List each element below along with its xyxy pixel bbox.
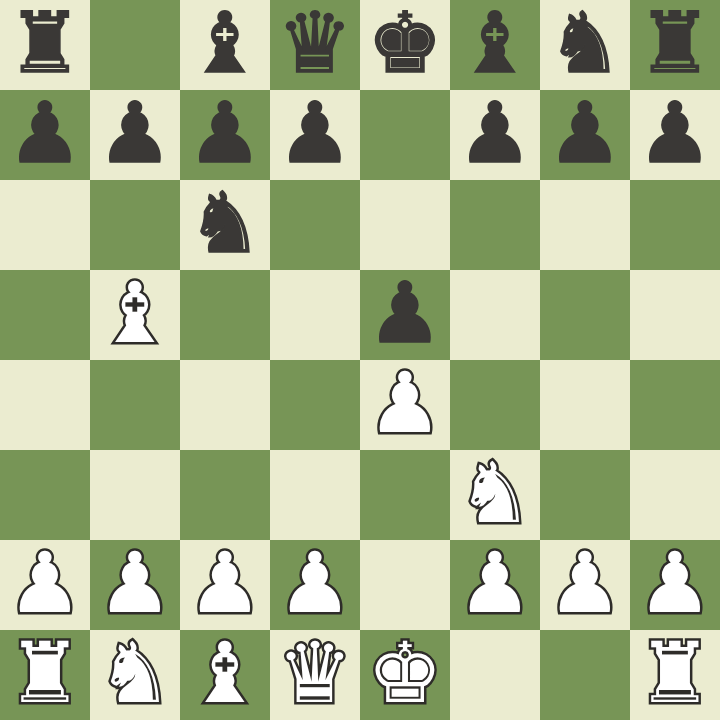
square-c3[interactable] <box>180 450 270 540</box>
piece-white-rook[interactable]: ♜ <box>7 631 82 715</box>
piece-white-pawn[interactable]: ♟︎ <box>457 541 532 625</box>
piece-black-bishop[interactable]: ♝ <box>187 1 262 85</box>
piece-white-pawn[interactable]: ♟︎ <box>187 541 262 625</box>
piece-white-rook[interactable]: ♜ <box>637 631 712 715</box>
square-h5[interactable] <box>630 270 720 360</box>
square-d2[interactable]: ♟︎ <box>270 540 360 630</box>
piece-white-pawn[interactable]: ♟︎ <box>547 541 622 625</box>
square-h2[interactable]: ♟︎ <box>630 540 720 630</box>
square-c4[interactable] <box>180 360 270 450</box>
piece-black-rook[interactable]: ♜ <box>637 1 712 85</box>
square-b8[interactable] <box>90 0 180 90</box>
piece-black-pawn[interactable]: ♟︎ <box>547 91 622 175</box>
piece-black-pawn[interactable]: ♟︎ <box>637 91 712 175</box>
square-c6[interactable]: ♞ <box>180 180 270 270</box>
square-g7[interactable]: ♟︎ <box>540 90 630 180</box>
square-g1[interactable] <box>540 630 630 720</box>
square-a7[interactable]: ♟︎ <box>0 90 90 180</box>
square-a5[interactable] <box>0 270 90 360</box>
piece-black-pawn[interactable]: ♟︎ <box>367 271 442 355</box>
square-e4[interactable]: ♟︎ <box>360 360 450 450</box>
square-b1[interactable]: ♞ <box>90 630 180 720</box>
piece-black-rook[interactable]: ♜ <box>7 1 82 85</box>
piece-white-pawn[interactable]: ♟︎ <box>97 541 172 625</box>
square-h6[interactable] <box>630 180 720 270</box>
piece-white-pawn[interactable]: ♟︎ <box>277 541 352 625</box>
square-e1[interactable]: ♚ <box>360 630 450 720</box>
piece-white-knight[interactable]: ♞ <box>457 451 532 535</box>
piece-black-bishop[interactable]: ♝ <box>457 1 532 85</box>
piece-white-queen[interactable]: ♛ <box>277 631 352 715</box>
square-g4[interactable] <box>540 360 630 450</box>
square-f7[interactable]: ♟︎ <box>450 90 540 180</box>
square-b3[interactable] <box>90 450 180 540</box>
square-c7[interactable]: ♟︎ <box>180 90 270 180</box>
square-a6[interactable] <box>0 180 90 270</box>
square-c8[interactable]: ♝ <box>180 0 270 90</box>
square-f6[interactable] <box>450 180 540 270</box>
square-a8[interactable]: ♜ <box>0 0 90 90</box>
square-b4[interactable] <box>90 360 180 450</box>
square-d4[interactable] <box>270 360 360 450</box>
square-b7[interactable]: ♟︎ <box>90 90 180 180</box>
piece-black-pawn[interactable]: ♟︎ <box>187 91 262 175</box>
square-d6[interactable] <box>270 180 360 270</box>
square-h4[interactable] <box>630 360 720 450</box>
square-d8[interactable]: ♛ <box>270 0 360 90</box>
piece-black-pawn[interactable]: ♟︎ <box>97 91 172 175</box>
square-e3[interactable] <box>360 450 450 540</box>
square-g5[interactable] <box>540 270 630 360</box>
square-f3[interactable]: ♞ <box>450 450 540 540</box>
square-f2[interactable]: ♟︎ <box>450 540 540 630</box>
square-h1[interactable]: ♜ <box>630 630 720 720</box>
piece-white-king[interactable]: ♚ <box>367 631 442 715</box>
square-g2[interactable]: ♟︎ <box>540 540 630 630</box>
square-h3[interactable] <box>630 450 720 540</box>
square-c2[interactable]: ♟︎ <box>180 540 270 630</box>
square-e8[interactable]: ♚ <box>360 0 450 90</box>
piece-black-pawn[interactable]: ♟︎ <box>457 91 532 175</box>
square-a4[interactable] <box>0 360 90 450</box>
square-f4[interactable] <box>450 360 540 450</box>
square-d3[interactable] <box>270 450 360 540</box>
square-e6[interactable] <box>360 180 450 270</box>
chess-board: ♜♝♛♚♝♞♜♟︎♟︎♟︎♟︎♟︎♟︎♟︎♞♝♟︎♟︎♞♟︎♟︎♟︎♟︎♟︎♟︎… <box>0 0 720 720</box>
piece-white-pawn[interactable]: ♟︎ <box>7 541 82 625</box>
square-d5[interactable] <box>270 270 360 360</box>
square-d1[interactable]: ♛ <box>270 630 360 720</box>
square-e2[interactable] <box>360 540 450 630</box>
piece-white-knight[interactable]: ♞ <box>97 631 172 715</box>
square-c1[interactable]: ♝ <box>180 630 270 720</box>
square-c5[interactable] <box>180 270 270 360</box>
piece-white-bishop[interactable]: ♝ <box>187 631 262 715</box>
piece-black-pawn[interactable]: ♟︎ <box>277 91 352 175</box>
square-e7[interactable] <box>360 90 450 180</box>
square-a3[interactable] <box>0 450 90 540</box>
square-a2[interactable]: ♟︎ <box>0 540 90 630</box>
piece-black-queen[interactable]: ♛ <box>277 1 352 85</box>
square-a1[interactable]: ♜ <box>0 630 90 720</box>
square-g8[interactable]: ♞ <box>540 0 630 90</box>
square-e5[interactable]: ♟︎ <box>360 270 450 360</box>
square-f5[interactable] <box>450 270 540 360</box>
square-g3[interactable] <box>540 450 630 540</box>
square-b5[interactable]: ♝ <box>90 270 180 360</box>
square-h8[interactable]: ♜ <box>630 0 720 90</box>
square-f8[interactable]: ♝ <box>450 0 540 90</box>
square-h7[interactable]: ♟︎ <box>630 90 720 180</box>
piece-black-knight[interactable]: ♞ <box>547 1 622 85</box>
piece-white-bishop[interactable]: ♝ <box>97 271 172 355</box>
piece-black-king[interactable]: ♚ <box>367 1 442 85</box>
square-b2[interactable]: ♟︎ <box>90 540 180 630</box>
square-b6[interactable] <box>90 180 180 270</box>
square-f1[interactable] <box>450 630 540 720</box>
square-d7[interactable]: ♟︎ <box>270 90 360 180</box>
piece-black-knight[interactable]: ♞ <box>187 181 262 265</box>
piece-white-pawn[interactable]: ♟︎ <box>637 541 712 625</box>
piece-black-pawn[interactable]: ♟︎ <box>7 91 82 175</box>
square-g6[interactable] <box>540 180 630 270</box>
piece-white-pawn[interactable]: ♟︎ <box>367 361 442 445</box>
